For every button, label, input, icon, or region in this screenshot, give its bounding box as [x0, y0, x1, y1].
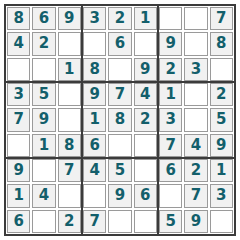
cell-r3c7: 2	[159, 58, 182, 81]
cell-r4c1: 3	[7, 83, 30, 106]
cell-r6c3: 8	[58, 134, 81, 157]
cell-r3c6: 9	[134, 58, 157, 81]
cell-r8c3[interactable]	[58, 184, 81, 207]
cell-r7c6[interactable]	[134, 159, 157, 182]
cell-r5c8[interactable]	[184, 108, 207, 131]
cell-r1c1: 8	[7, 7, 30, 30]
cell-r9c7: 5	[159, 210, 182, 233]
cell-r3c9[interactable]	[210, 58, 233, 81]
cell-r2c6[interactable]	[134, 32, 157, 55]
cell-r8c7[interactable]	[159, 184, 182, 207]
cell-r7c9: 1	[210, 159, 233, 182]
cell-r5c3[interactable]	[58, 108, 81, 131]
cell-r4c7: 1	[159, 83, 182, 106]
cell-r1c5: 2	[108, 7, 131, 30]
cell-r6c8: 4	[184, 134, 207, 157]
cell-r1c4: 3	[83, 7, 106, 30]
cell-r6c1[interactable]	[7, 134, 30, 157]
cell-r7c4: 4	[83, 159, 106, 182]
cell-r2c8[interactable]	[184, 32, 207, 55]
cell-r6c2: 1	[32, 134, 55, 157]
cell-r4c8[interactable]	[184, 83, 207, 106]
cell-r5c1: 7	[7, 108, 30, 131]
cell-r2c2: 2	[32, 32, 55, 55]
sudoku-board: 8693217426981892335974127918235186749974…	[4, 4, 236, 236]
cell-r1c8[interactable]	[184, 7, 207, 30]
cell-r9c5[interactable]	[108, 210, 131, 233]
cell-r2c5: 6	[108, 32, 131, 55]
cell-r1c6: 1	[134, 7, 157, 30]
cell-r5c9: 5	[210, 108, 233, 131]
cell-r7c2[interactable]	[32, 159, 55, 182]
cell-r5c6: 2	[134, 108, 157, 131]
cell-r3c1[interactable]	[7, 58, 30, 81]
sudoku-grid: 8693217426981892335974127918235186749974…	[6, 6, 234, 234]
cell-r8c4[interactable]	[83, 184, 106, 207]
cell-r6c9: 9	[210, 134, 233, 157]
cell-r2c1: 4	[7, 32, 30, 55]
cell-r7c3: 7	[58, 159, 81, 182]
cell-r1c3: 9	[58, 7, 81, 30]
cell-r5c2: 9	[32, 108, 55, 131]
cell-r2c3[interactable]	[58, 32, 81, 55]
cell-r8c9: 3	[210, 184, 233, 207]
cell-r9c3: 2	[58, 210, 81, 233]
cell-r6c6[interactable]	[134, 134, 157, 157]
cell-r2c7: 9	[159, 32, 182, 55]
cell-r8c5: 9	[108, 184, 131, 207]
cell-r7c7: 6	[159, 159, 182, 182]
cell-r5c4: 1	[83, 108, 106, 131]
cell-r6c5[interactable]	[108, 134, 131, 157]
cell-r3c3: 1	[58, 58, 81, 81]
cell-r2c4[interactable]	[83, 32, 106, 55]
cell-r8c1: 1	[7, 184, 30, 207]
cell-r3c8: 3	[184, 58, 207, 81]
cell-r9c6[interactable]	[134, 210, 157, 233]
cell-r8c6: 6	[134, 184, 157, 207]
cell-r8c8: 7	[184, 184, 207, 207]
cell-r7c5: 5	[108, 159, 131, 182]
cell-r9c8: 9	[184, 210, 207, 233]
cell-r6c4: 6	[83, 134, 106, 157]
cell-r9c9[interactable]	[210, 210, 233, 233]
cell-r8c2: 4	[32, 184, 55, 207]
cell-r4c6: 4	[134, 83, 157, 106]
cell-r5c5: 8	[108, 108, 131, 131]
cell-r4c5: 7	[108, 83, 131, 106]
cell-r1c9: 7	[210, 7, 233, 30]
cell-r4c9: 2	[210, 83, 233, 106]
cell-r1c7[interactable]	[159, 7, 182, 30]
cell-r3c2[interactable]	[32, 58, 55, 81]
cell-r9c2[interactable]	[32, 210, 55, 233]
cell-r5c7: 3	[159, 108, 182, 131]
cell-r4c2: 5	[32, 83, 55, 106]
cell-r7c8: 2	[184, 159, 207, 182]
cell-r6c7: 7	[159, 134, 182, 157]
cell-r3c5[interactable]	[108, 58, 131, 81]
cell-r4c4: 9	[83, 83, 106, 106]
cell-r3c4: 8	[83, 58, 106, 81]
cell-r9c4: 7	[83, 210, 106, 233]
cell-r9c1: 6	[7, 210, 30, 233]
cell-r4c3[interactable]	[58, 83, 81, 106]
cell-r7c1: 9	[7, 159, 30, 182]
cell-r1c2: 6	[32, 7, 55, 30]
cell-r2c9: 8	[210, 32, 233, 55]
